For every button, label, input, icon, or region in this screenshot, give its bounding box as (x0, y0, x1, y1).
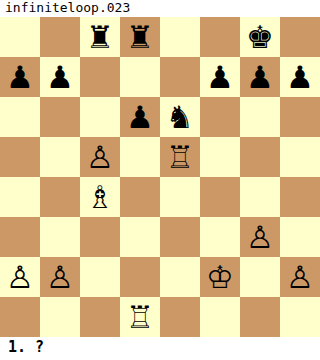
square-f1[interactable] (200, 297, 240, 337)
square-d7[interactable] (120, 57, 160, 97)
chess-board: ♜♜♚♟♟♟♟♟♟♞♙♖♗♙♙♙♔♙♖ (0, 17, 320, 337)
square-a8[interactable] (0, 17, 40, 57)
piece-black-pawn: ♟ (286, 57, 314, 97)
piece-white-pawn: ♙ (86, 137, 114, 177)
piece-black-rook: ♜ (86, 17, 114, 57)
square-d2[interactable] (120, 257, 160, 297)
square-b3[interactable] (40, 217, 80, 257)
piece-white-pawn: ♙ (46, 257, 74, 297)
square-d6[interactable]: ♟ (120, 97, 160, 137)
piece-black-king: ♚ (246, 17, 274, 57)
square-c2[interactable] (80, 257, 120, 297)
square-a6[interactable] (0, 97, 40, 137)
square-d8[interactable]: ♜ (120, 17, 160, 57)
piece-black-knight: ♞ (166, 97, 194, 137)
piece-white-pawn: ♙ (246, 217, 274, 257)
square-a1[interactable] (0, 297, 40, 337)
square-b4[interactable] (40, 177, 80, 217)
square-h2[interactable]: ♙ (280, 257, 320, 297)
square-b5[interactable] (40, 137, 80, 177)
square-e2[interactable] (160, 257, 200, 297)
square-c4[interactable]: ♗ (80, 177, 120, 217)
square-c5[interactable]: ♙ (80, 137, 120, 177)
piece-black-pawn: ♟ (46, 57, 74, 97)
square-c8[interactable]: ♜ (80, 17, 120, 57)
square-e4[interactable] (160, 177, 200, 217)
square-e3[interactable] (160, 217, 200, 257)
piece-black-pawn: ♟ (6, 57, 34, 97)
square-a4[interactable] (0, 177, 40, 217)
square-d5[interactable] (120, 137, 160, 177)
square-f6[interactable] (200, 97, 240, 137)
square-g7[interactable]: ♟ (240, 57, 280, 97)
piece-white-pawn: ♙ (6, 257, 34, 297)
piece-white-rook: ♖ (166, 137, 194, 177)
move-prompt: 1. ? (0, 337, 320, 360)
square-c1[interactable] (80, 297, 120, 337)
square-f4[interactable] (200, 177, 240, 217)
square-f2[interactable]: ♔ (200, 257, 240, 297)
square-g5[interactable] (240, 137, 280, 177)
piece-white-king: ♔ (206, 257, 234, 297)
square-a7[interactable]: ♟ (0, 57, 40, 97)
square-b1[interactable] (40, 297, 80, 337)
piece-black-rook: ♜ (126, 17, 154, 57)
square-h5[interactable] (280, 137, 320, 177)
square-e5[interactable]: ♖ (160, 137, 200, 177)
square-f7[interactable]: ♟ (200, 57, 240, 97)
square-b7[interactable]: ♟ (40, 57, 80, 97)
square-g3[interactable]: ♙ (240, 217, 280, 257)
square-h7[interactable]: ♟ (280, 57, 320, 97)
square-e1[interactable] (160, 297, 200, 337)
square-g6[interactable] (240, 97, 280, 137)
chess-puzzle-window: infiniteloop.023 ♜♜♚♟♟♟♟♟♟♞♙♖♗♙♙♙♔♙♖ 1. … (0, 0, 320, 360)
square-d3[interactable] (120, 217, 160, 257)
square-e7[interactable] (160, 57, 200, 97)
piece-black-pawn: ♟ (126, 97, 154, 137)
piece-white-pawn: ♙ (286, 257, 314, 297)
piece-black-pawn: ♟ (206, 57, 234, 97)
square-g2[interactable] (240, 257, 280, 297)
square-f3[interactable] (200, 217, 240, 257)
square-g1[interactable] (240, 297, 280, 337)
square-g4[interactable] (240, 177, 280, 217)
square-h4[interactable] (280, 177, 320, 217)
square-g8[interactable]: ♚ (240, 17, 280, 57)
piece-white-rook: ♖ (126, 297, 154, 337)
square-b6[interactable] (40, 97, 80, 137)
square-h6[interactable] (280, 97, 320, 137)
square-f5[interactable] (200, 137, 240, 177)
puzzle-title: infiniteloop.023 (0, 0, 320, 17)
square-b8[interactable] (40, 17, 80, 57)
square-c7[interactable] (80, 57, 120, 97)
square-d4[interactable] (120, 177, 160, 217)
square-f8[interactable] (200, 17, 240, 57)
square-c3[interactable] (80, 217, 120, 257)
square-d1[interactable]: ♖ (120, 297, 160, 337)
square-h3[interactable] (280, 217, 320, 257)
square-a5[interactable] (0, 137, 40, 177)
square-b2[interactable]: ♙ (40, 257, 80, 297)
square-a2[interactable]: ♙ (0, 257, 40, 297)
square-c6[interactable] (80, 97, 120, 137)
piece-white-bishop: ♗ (86, 177, 114, 217)
square-e8[interactable] (160, 17, 200, 57)
square-e6[interactable]: ♞ (160, 97, 200, 137)
piece-black-pawn: ♟ (246, 57, 274, 97)
square-h8[interactable] (280, 17, 320, 57)
square-a3[interactable] (0, 217, 40, 257)
square-h1[interactable] (280, 297, 320, 337)
